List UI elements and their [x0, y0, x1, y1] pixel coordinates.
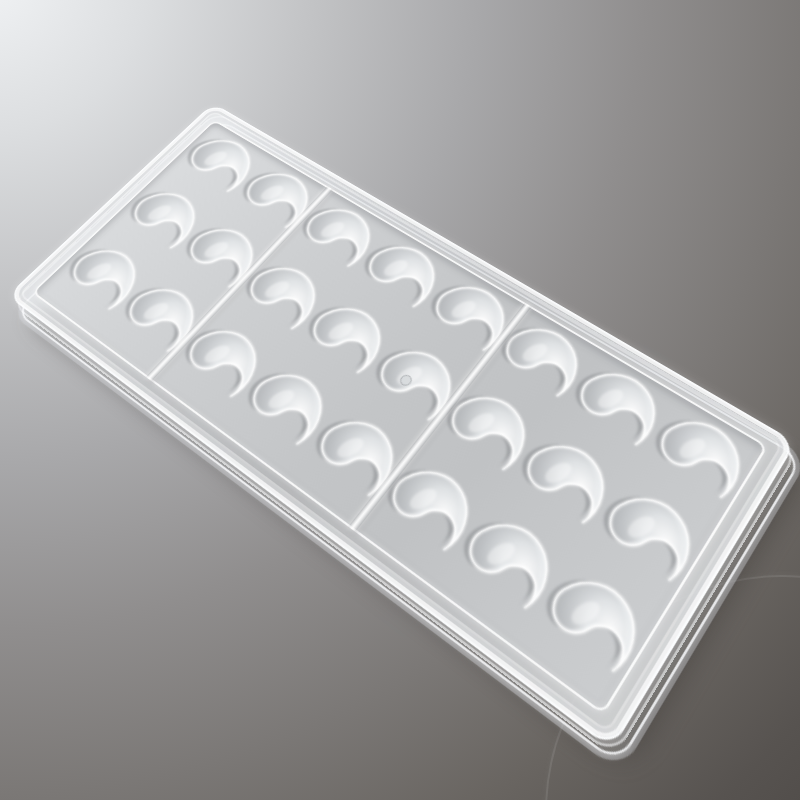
photo-background	[0, 0, 800, 800]
mold-floor	[32, 120, 769, 716]
cavity-grid	[39, 125, 760, 705]
